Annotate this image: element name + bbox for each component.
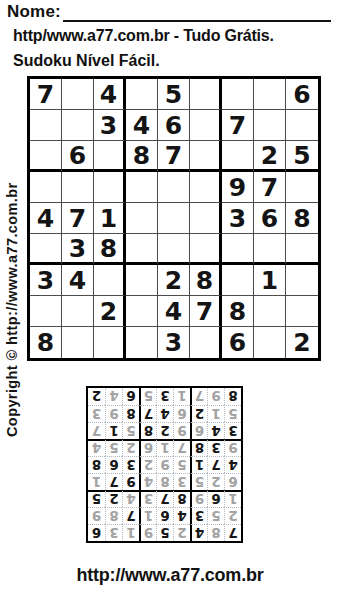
- puzzle-cell-r7c2: 4: [62, 265, 94, 296]
- puzzle-cell-r3c8: 2: [254, 141, 286, 172]
- solution-cell-r4c7: 9: [122, 473, 139, 490]
- puzzle-cell-r7c3: [94, 265, 126, 296]
- puzzle-cell-r8c4: [126, 296, 158, 327]
- solution-cell-r2c6: 1: [139, 507, 156, 524]
- puzzle-cell-r1c8: [254, 79, 286, 110]
- puzzle-cell-r9c4: [126, 327, 158, 358]
- puzzle-cell-r4c3: [94, 172, 126, 203]
- puzzle-cell-r8c5: 4: [158, 296, 190, 327]
- solution-cell-r9c5: 3: [156, 388, 173, 405]
- puzzle-cell-r5c3: 1: [94, 203, 126, 234]
- solution-cell-r3c3: 9: [190, 490, 207, 507]
- puzzle-cell-r8c2: [62, 296, 94, 327]
- name-label: Nome:: [7, 2, 61, 22]
- puzzle-cell-r4c5: [158, 172, 190, 203]
- puzzle-cell-r9c6: [190, 327, 222, 358]
- puzzle-cell-r4c2: [62, 172, 94, 203]
- solution-cell-r7c3: 6: [190, 422, 207, 439]
- solution-cell-r6c3: 8: [190, 439, 207, 456]
- solution-cell-r7c8: 1: [105, 422, 122, 439]
- puzzle-cell-r2c9: [286, 110, 318, 141]
- solution-cell-r4c1: 6: [224, 473, 241, 490]
- puzzle-cell-r3c9: 5: [286, 141, 318, 172]
- puzzle-cell-r6c5: [158, 234, 190, 265]
- solution-cell-r6c5: 1: [156, 439, 173, 456]
- solution-cell-r4c5: 8: [156, 473, 173, 490]
- puzzle-cell-r5c1: 4: [30, 203, 62, 234]
- solution-cell-r8c9: 3: [88, 405, 105, 422]
- puzzle-cell-r5c7: 3: [222, 203, 254, 234]
- puzzle-cell-r6c9: [286, 234, 318, 265]
- solution-cell-r2c4: 4: [173, 507, 190, 524]
- puzzle-cell-r8c1: [30, 296, 62, 327]
- solution-cell-r9c6: 5: [139, 388, 156, 405]
- puzzle-cell-r3c3: [94, 141, 126, 172]
- puzzle-cell-r8c8: [254, 296, 286, 327]
- solution-cell-r3c1: 1: [224, 490, 241, 507]
- solution-cell-r4c6: 4: [139, 473, 156, 490]
- puzzle-cell-r5c8: 6: [254, 203, 286, 234]
- solution-cell-r5c5: 9: [156, 456, 173, 473]
- puzzle-cell-r2c4: 4: [126, 110, 158, 141]
- puzzle-cell-r5c5: [158, 203, 190, 234]
- solution-cell-r8c8: 9: [105, 405, 122, 422]
- puzzle-cell-r6c6: [190, 234, 222, 265]
- puzzle-cell-r4c8: 7: [254, 172, 286, 203]
- solution-cell-r5c2: 7: [207, 456, 224, 473]
- puzzle-cell-r2c6: [190, 110, 222, 141]
- puzzle-cell-r2c5: 6: [158, 110, 190, 141]
- solution-cell-r8c5: 4: [156, 405, 173, 422]
- puzzle-cell-r5c9: 8: [286, 203, 318, 234]
- solution-cell-r7c9: 7: [88, 422, 105, 439]
- solution-cell-r5c6: 2: [139, 456, 156, 473]
- solution-cell-r8c4: 6: [173, 405, 190, 422]
- puzzle-cell-r8c7: 8: [222, 296, 254, 327]
- puzzle-cell-r6c8: [254, 234, 286, 265]
- solution-cell-r2c2: 5: [207, 507, 224, 524]
- puzzle-cell-r4c7: 9: [222, 172, 254, 203]
- puzzle-cell-r1c2: [62, 79, 94, 110]
- solution-cell-r5c1: 4: [224, 456, 241, 473]
- puzzle-cell-r7c8: 1: [254, 265, 286, 296]
- solution-cell-r2c5: 6: [156, 507, 173, 524]
- solution-cell-r9c8: 4: [105, 388, 122, 405]
- puzzle-cell-r7c6: 8: [190, 265, 222, 296]
- puzzle-cell-r3c1: [30, 141, 62, 172]
- solution-cell-r1c3: 4: [190, 524, 207, 541]
- puzzle-cell-r6c1: [30, 234, 62, 265]
- sudoku-puzzle-grid: 745634676872597471368383428124788362: [27, 76, 321, 361]
- puzzle-cell-r9c5: 3: [158, 327, 190, 358]
- solution-cell-r4c4: 3: [173, 473, 190, 490]
- solution-cell-r4c8: 7: [105, 473, 122, 490]
- solution-cell-r1c7: 1: [122, 524, 139, 541]
- name-underline: [63, 4, 331, 22]
- puzzle-cell-r1c9: 6: [286, 79, 318, 110]
- solution-cell-r7c7: 5: [122, 422, 139, 439]
- puzzle-cell-r9c8: [254, 327, 286, 358]
- puzzle-cell-r1c5: 5: [158, 79, 190, 110]
- puzzle-cell-r1c4: [126, 79, 158, 110]
- solution-cell-r3c6: 3: [139, 490, 156, 507]
- puzzle-cell-r4c9: [286, 172, 318, 203]
- puzzle-cell-r2c8: [254, 110, 286, 141]
- puzzle-cell-r5c2: 7: [62, 203, 94, 234]
- name-row: Nome:: [7, 2, 331, 22]
- puzzle-cell-r7c7: [222, 265, 254, 296]
- solution-cell-r2c1: 2: [224, 507, 241, 524]
- solution-cell-r6c9: 4: [88, 439, 105, 456]
- puzzle-cell-r6c2: 3: [62, 234, 94, 265]
- sudoku-solution-grid-upside-down: 7842591362534617891698734256253849714715…: [86, 386, 243, 543]
- solution-cell-r9c1: 8: [224, 388, 241, 405]
- solution-cell-r2c3: 3: [190, 507, 207, 524]
- solution-cell-r7c2: 4: [207, 422, 224, 439]
- puzzle-cell-r9c2: [62, 327, 94, 358]
- solution-cell-r6c6: 6: [139, 439, 156, 456]
- puzzle-cell-r3c4: 8: [126, 141, 158, 172]
- puzzle-cell-r7c9: [286, 265, 318, 296]
- solution-cell-r6c4: 7: [173, 439, 190, 456]
- solution-cell-r2c9: 9: [88, 507, 105, 524]
- solution-cell-r3c7: 4: [122, 490, 139, 507]
- solution-cell-r8c2: 1: [207, 405, 224, 422]
- puzzle-cell-r4c4: [126, 172, 158, 203]
- puzzle-cell-r6c3: 8: [94, 234, 126, 265]
- puzzle-cell-r6c4: [126, 234, 158, 265]
- puzzle-cell-r6c7: [222, 234, 254, 265]
- puzzle-cell-r3c2: 6: [62, 141, 94, 172]
- solution-cell-r5c7: 3: [122, 456, 139, 473]
- solution-cell-r4c2: 2: [207, 473, 224, 490]
- solution-cell-r8c1: 5: [224, 405, 241, 422]
- solution-cell-r5c9: 8: [88, 456, 105, 473]
- solution-cell-r9c2: 9: [207, 388, 224, 405]
- puzzle-cell-r1c7: [222, 79, 254, 110]
- solution-cell-r1c4: 2: [173, 524, 190, 541]
- puzzle-cell-r7c4: [126, 265, 158, 296]
- puzzle-cell-r2c1: [30, 110, 62, 141]
- solution-cell-r3c2: 6: [207, 490, 224, 507]
- solution-cell-r6c8: 5: [105, 439, 122, 456]
- solution-cell-r1c5: 5: [156, 524, 173, 541]
- puzzle-cell-r2c7: 7: [222, 110, 254, 141]
- solution-cell-r4c3: 5: [190, 473, 207, 490]
- solution-cell-r4c9: 1: [88, 473, 105, 490]
- solution-cell-r8c6: 7: [139, 405, 156, 422]
- solution-cell-r7c1: 3: [224, 422, 241, 439]
- puzzle-cell-r1c6: [190, 79, 222, 110]
- puzzle-cell-r5c4: [126, 203, 158, 234]
- solution-cell-r9c3: 7: [190, 388, 207, 405]
- puzzle-cell-r4c6: [190, 172, 222, 203]
- puzzle-cell-r1c1: 7: [30, 79, 62, 110]
- page-title: Sudoku Nível Fácil.: [13, 52, 160, 70]
- solution-cell-r5c4: 5: [173, 456, 190, 473]
- solution-cell-r5c3: 1: [190, 456, 207, 473]
- puzzle-cell-r8c3: 2: [94, 296, 126, 327]
- solution-cell-r3c4: 8: [173, 490, 190, 507]
- solution-cell-r2c8: 8: [105, 507, 122, 524]
- solution-cell-r3c5: 7: [156, 490, 173, 507]
- solution-cell-r9c7: 6: [122, 388, 139, 405]
- puzzle-cell-r9c1: 8: [30, 327, 62, 358]
- solution-cell-r1c1: 7: [224, 524, 241, 541]
- puzzle-cell-r3c7: [222, 141, 254, 172]
- puzzle-cell-r3c6: [190, 141, 222, 172]
- solution-cell-r7c5: 2: [156, 422, 173, 439]
- puzzle-cell-r3c5: 7: [158, 141, 190, 172]
- solution-cell-r7c4: 9: [173, 422, 190, 439]
- solution-cell-r1c2: 8: [207, 524, 224, 541]
- solution-cell-r1c9: 6: [88, 524, 105, 541]
- puzzle-cell-r2c3: 3: [94, 110, 126, 141]
- solution-cell-r6c2: 3: [207, 439, 224, 456]
- puzzle-cell-r8c6: 7: [190, 296, 222, 327]
- solution-cell-r6c1: 9: [224, 439, 241, 456]
- puzzle-cell-r4c1: [30, 172, 62, 203]
- solution-cell-r2c7: 7: [122, 507, 139, 524]
- puzzle-cell-r2c2: [62, 110, 94, 141]
- puzzle-cell-r9c9: 2: [286, 327, 318, 358]
- puzzle-cell-r8c9: [286, 296, 318, 327]
- solution-cell-r9c4: 1: [173, 388, 190, 405]
- puzzle-cell-r7c5: 2: [158, 265, 190, 296]
- site-title: http/www.a77.com.br - Tudo Grátis.: [13, 27, 274, 45]
- solution-cell-r3c9: 5: [88, 490, 105, 507]
- puzzle-cell-r9c7: 6: [222, 327, 254, 358]
- solution-cell-r3c8: 2: [105, 490, 122, 507]
- solution-cell-r8c7: 8: [122, 405, 139, 422]
- solution-cell-r9c9: 2: [88, 388, 105, 405]
- puzzle-cell-r7c1: 3: [30, 265, 62, 296]
- puzzle-cell-r1c3: 4: [94, 79, 126, 110]
- solution-cell-r1c8: 3: [105, 524, 122, 541]
- puzzle-cell-r9c3: [94, 327, 126, 358]
- solution-cell-r1c6: 9: [139, 524, 156, 541]
- sudoku-printable-page: Nome: http/www.a77.com.br - Tudo Grátis.…: [0, 0, 340, 596]
- footer-url: http://www.a77.com.br: [0, 565, 340, 586]
- solution-cell-r5c8: 6: [105, 456, 122, 473]
- vertical-copyright-text: Copyright © http://www.a77.com.br: [4, 85, 20, 437]
- solution-cell-r7c6: 8: [139, 422, 156, 439]
- solution-cell-r6c7: 2: [122, 439, 139, 456]
- puzzle-cell-r5c6: [190, 203, 222, 234]
- solution-cell-r8c3: 2: [190, 405, 207, 422]
